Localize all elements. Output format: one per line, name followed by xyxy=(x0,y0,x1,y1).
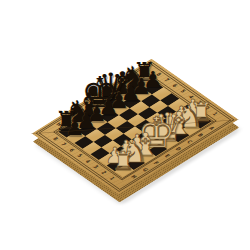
chess-board: 87654321 87654321 ABCDEFGH ABCDEFGH ♜♟♟♜… xyxy=(32,59,239,195)
chess-set-product-photo: 87654321 87654321 ABCDEFGH ABCDEFGH ♜♟♟♜… xyxy=(0,0,250,250)
square: ♜ xyxy=(115,164,134,177)
